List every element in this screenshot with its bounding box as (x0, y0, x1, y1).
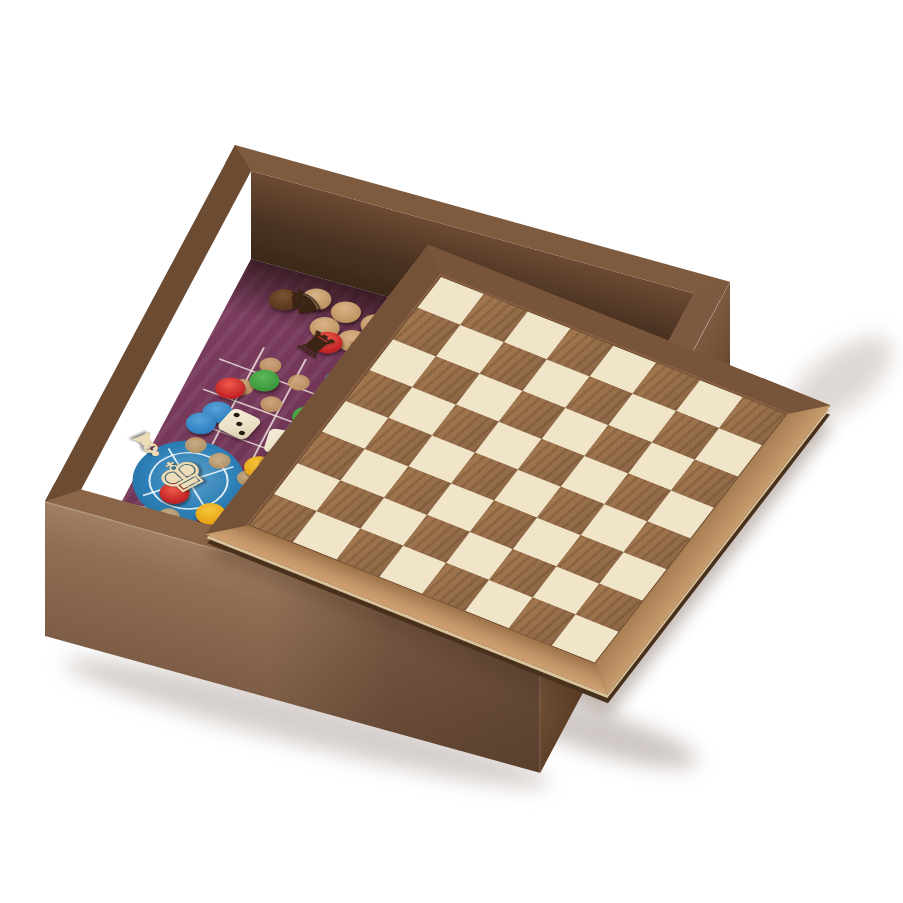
product-photo-wooden-chess-box: ♞♜♟♝♚♝♟ (0, 0, 903, 903)
